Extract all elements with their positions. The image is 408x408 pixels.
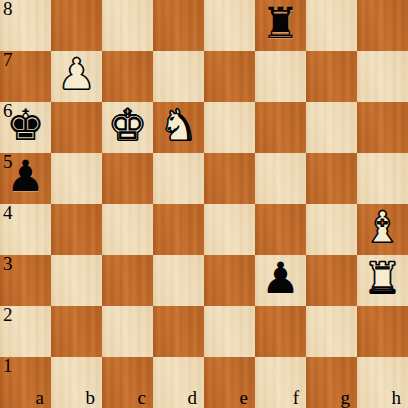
square-d3[interactable] [153, 255, 204, 306]
square-h8[interactable] [357, 0, 408, 51]
piece-black-pawn-a5[interactable]: ♟ [6, 155, 45, 198]
square-a2[interactable]: 2 [0, 306, 51, 357]
square-e4[interactable] [204, 204, 255, 255]
piece-white-rook-h3[interactable]: ♜ [363, 257, 402, 300]
square-c3[interactable] [102, 255, 153, 306]
square-c6[interactable]: ♚ [102, 102, 153, 153]
square-e7[interactable] [204, 51, 255, 102]
square-e8[interactable] [204, 0, 255, 51]
square-e2[interactable] [204, 306, 255, 357]
square-f1[interactable]: f [255, 357, 306, 408]
square-h5[interactable] [357, 153, 408, 204]
square-g2[interactable] [306, 306, 357, 357]
piece-black-pawn-f3[interactable]: ♟ [261, 257, 300, 300]
square-a5[interactable]: 5♟ [0, 153, 51, 204]
square-c5[interactable] [102, 153, 153, 204]
square-c8[interactable] [102, 0, 153, 51]
square-d4[interactable] [153, 204, 204, 255]
square-f8[interactable]: ♜ [255, 0, 306, 51]
square-b7[interactable]: ♟ [51, 51, 102, 102]
square-c4[interactable] [102, 204, 153, 255]
file-label-e: e [240, 388, 248, 408]
piece-white-bishop-h4[interactable]: ♝ [363, 206, 402, 249]
square-e6[interactable] [204, 102, 255, 153]
square-c7[interactable] [102, 51, 153, 102]
square-d6[interactable]: ♞ [153, 102, 204, 153]
square-g6[interactable] [306, 102, 357, 153]
file-label-g: g [341, 388, 351, 408]
square-h1[interactable]: h [357, 357, 408, 408]
square-d7[interactable] [153, 51, 204, 102]
square-f2[interactable] [255, 306, 306, 357]
square-a1[interactable]: 1a [0, 357, 51, 408]
square-c2[interactable] [102, 306, 153, 357]
square-g7[interactable] [306, 51, 357, 102]
square-f4[interactable] [255, 204, 306, 255]
square-g1[interactable]: g [306, 357, 357, 408]
square-f7[interactable] [255, 51, 306, 102]
square-b4[interactable] [51, 204, 102, 255]
square-e3[interactable] [204, 255, 255, 306]
chess-board-wrap: 8♜7♟6♚♚♞5♟4♝3♟♜21abcdefgh [0, 0, 408, 408]
square-d8[interactable] [153, 0, 204, 51]
square-d1[interactable]: d [153, 357, 204, 408]
square-g3[interactable] [306, 255, 357, 306]
square-f6[interactable] [255, 102, 306, 153]
rank-label-4: 4 [3, 204, 13, 225]
rank-label-2: 2 [3, 306, 13, 327]
square-c1[interactable]: c [102, 357, 153, 408]
rank-label-8: 8 [3, 0, 13, 21]
square-f5[interactable] [255, 153, 306, 204]
square-a4[interactable]: 4 [0, 204, 51, 255]
rank-label-1: 1 [3, 357, 13, 378]
file-label-b: b [86, 388, 96, 408]
square-b1[interactable]: b [51, 357, 102, 408]
piece-white-knight-d6[interactable]: ♞ [159, 104, 198, 147]
square-e5[interactable] [204, 153, 255, 204]
square-h7[interactable] [357, 51, 408, 102]
square-e1[interactable]: e [204, 357, 255, 408]
rank-label-7: 7 [3, 51, 13, 72]
square-g8[interactable] [306, 0, 357, 51]
square-a8[interactable]: 8 [0, 0, 51, 51]
square-f3[interactable]: ♟ [255, 255, 306, 306]
file-label-d: d [188, 388, 198, 408]
square-h4[interactable]: ♝ [357, 204, 408, 255]
square-b6[interactable] [51, 102, 102, 153]
rank-label-3: 3 [3, 255, 13, 276]
file-label-a: a [36, 388, 44, 408]
square-g5[interactable] [306, 153, 357, 204]
square-a6[interactable]: 6♚ [0, 102, 51, 153]
square-a3[interactable]: 3 [0, 255, 51, 306]
square-b8[interactable] [51, 0, 102, 51]
square-h2[interactable] [357, 306, 408, 357]
square-g4[interactable] [306, 204, 357, 255]
piece-black-rook-f8[interactable]: ♜ [261, 2, 300, 45]
square-h6[interactable] [357, 102, 408, 153]
chess-board: 8♜7♟6♚♚♞5♟4♝3♟♜21abcdefgh [0, 0, 408, 408]
piece-white-king-c6[interactable]: ♚ [108, 104, 147, 147]
piece-black-king-a6[interactable]: ♚ [6, 104, 45, 147]
piece-white-pawn-b7[interactable]: ♟ [57, 53, 96, 96]
square-a7[interactable]: 7 [0, 51, 51, 102]
square-b2[interactable] [51, 306, 102, 357]
square-b5[interactable] [51, 153, 102, 204]
square-b3[interactable] [51, 255, 102, 306]
file-label-h: h [392, 388, 402, 408]
square-d2[interactable] [153, 306, 204, 357]
square-d5[interactable] [153, 153, 204, 204]
file-label-c: c [138, 388, 146, 408]
file-label-f: f [293, 388, 299, 408]
square-h3[interactable]: ♜ [357, 255, 408, 306]
